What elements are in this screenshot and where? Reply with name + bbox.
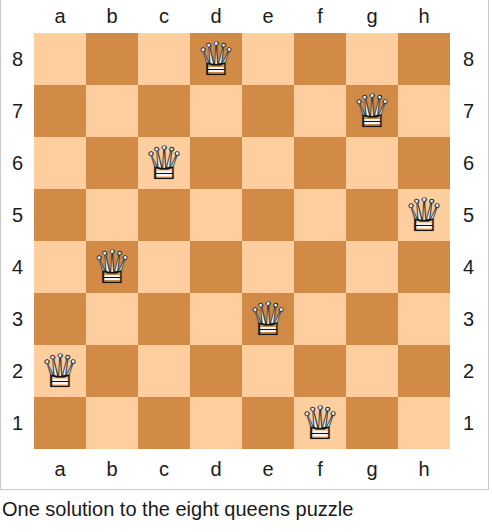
square-c1 (138, 397, 190, 449)
rank-label-left-7: 7 (1, 85, 34, 137)
square-h1 (398, 397, 450, 449)
rank-label-left-6: 6 (1, 137, 34, 189)
square-e5 (242, 189, 294, 241)
square-e8 (242, 33, 294, 85)
square-e3: ♛♕ (242, 293, 294, 345)
white-queen-h5: ♛♕ (398, 189, 450, 241)
file-label-top-c: c (138, 0, 190, 33)
file-label-bottom-f: f (294, 449, 346, 489)
white-queen-b4: ♛♕ (86, 241, 138, 293)
rank-label-right-2: 2 (450, 345, 487, 397)
rank-label-right-1: 1 (450, 397, 487, 449)
white-queen-d8: ♛♕ (190, 33, 242, 85)
square-f8 (294, 33, 346, 85)
square-g7: ♛♕ (346, 85, 398, 137)
square-g3 (346, 293, 398, 345)
rank-label-right-5: 5 (450, 189, 487, 241)
file-label-top-e: e (242, 0, 294, 33)
rank-label-left-3: 3 (1, 293, 34, 345)
file-label-bottom-e: e (242, 449, 294, 489)
square-g2 (346, 345, 398, 397)
file-label-bottom-c: c (138, 449, 190, 489)
file-label-bottom-d: d (190, 449, 242, 489)
file-label-top-h: h (398, 0, 450, 33)
square-a2: ♛♕ (34, 345, 86, 397)
square-h2 (398, 345, 450, 397)
square-f3 (294, 293, 346, 345)
rank-label-left-1: 1 (1, 397, 34, 449)
square-g8 (346, 33, 398, 85)
square-f5 (294, 189, 346, 241)
square-c2 (138, 345, 190, 397)
white-queen-c6: ♛♕ (138, 137, 190, 189)
square-d3 (190, 293, 242, 345)
rank-label-right-7: 7 (450, 85, 487, 137)
square-h4 (398, 241, 450, 293)
square-f4 (294, 241, 346, 293)
chessboard-frame: abcdefgh8♛♕87♛♕76♛♕65♛♕54♛♕43♛♕32♛♕21♛♕1… (0, 0, 489, 490)
square-g6 (346, 137, 398, 189)
white-queen-g7: ♛♕ (346, 85, 398, 137)
square-a6 (34, 137, 86, 189)
file-label-bottom-a: a (34, 449, 86, 489)
rank-label-left-8: 8 (1, 33, 34, 85)
square-g1 (346, 397, 398, 449)
rank-label-right-8: 8 (450, 33, 487, 85)
square-c5 (138, 189, 190, 241)
file-label-top-d: d (190, 0, 242, 33)
file-label-bottom-h: h (398, 449, 450, 489)
square-f1: ♛♕ (294, 397, 346, 449)
square-b7 (86, 85, 138, 137)
file-label-bottom-b: b (86, 449, 138, 489)
square-b1 (86, 397, 138, 449)
chessboard: abcdefgh8♛♕87♛♕76♛♕65♛♕54♛♕43♛♕32♛♕21♛♕1… (1, 0, 488, 489)
square-a1 (34, 397, 86, 449)
square-e6 (242, 137, 294, 189)
square-c6: ♛♕ (138, 137, 190, 189)
square-e7 (242, 85, 294, 137)
square-a4 (34, 241, 86, 293)
square-a8 (34, 33, 86, 85)
square-b2 (86, 345, 138, 397)
eight-queens-figure: abcdefgh8♛♕87♛♕76♛♕65♛♕54♛♕43♛♕32♛♕21♛♕1… (0, 0, 492, 532)
square-c7 (138, 85, 190, 137)
square-b6 (86, 137, 138, 189)
square-h3 (398, 293, 450, 345)
rank-label-left-2: 2 (1, 345, 34, 397)
board-corner-top-left (1, 0, 34, 33)
square-a5 (34, 189, 86, 241)
square-d6 (190, 137, 242, 189)
square-d2 (190, 345, 242, 397)
rank-label-right-6: 6 (450, 137, 487, 189)
square-c4 (138, 241, 190, 293)
rank-label-left-5: 5 (1, 189, 34, 241)
file-label-top-f: f (294, 0, 346, 33)
rank-label-right-3: 3 (450, 293, 487, 345)
rank-label-left-4: 4 (1, 241, 34, 293)
square-g4 (346, 241, 398, 293)
square-e4 (242, 241, 294, 293)
square-e2 (242, 345, 294, 397)
board-corner-top-right (450, 0, 487, 33)
white-queen-e3: ♛♕ (242, 293, 294, 345)
square-b8 (86, 33, 138, 85)
square-d7 (190, 85, 242, 137)
square-h5: ♛♕ (398, 189, 450, 241)
square-f7 (294, 85, 346, 137)
white-queen-f1: ♛♕ (294, 397, 346, 449)
file-label-top-a: a (34, 0, 86, 33)
file-label-bottom-g: g (346, 449, 398, 489)
square-d8: ♛♕ (190, 33, 242, 85)
square-b4: ♛♕ (86, 241, 138, 293)
square-a7 (34, 85, 86, 137)
file-label-top-b: b (86, 0, 138, 33)
board-corner-bottom-right (450, 449, 487, 489)
square-h7 (398, 85, 450, 137)
square-e1 (242, 397, 294, 449)
figure-caption: One solution to the eight queens puzzle (0, 490, 492, 530)
rank-label-right-4: 4 (450, 241, 487, 293)
board-corner-bottom-left (1, 449, 34, 489)
square-f6 (294, 137, 346, 189)
square-h6 (398, 137, 450, 189)
square-c8 (138, 33, 190, 85)
white-queen-a2: ♛♕ (34, 345, 86, 397)
square-d5 (190, 189, 242, 241)
square-f2 (294, 345, 346, 397)
square-c3 (138, 293, 190, 345)
square-h8 (398, 33, 450, 85)
square-g5 (346, 189, 398, 241)
square-b5 (86, 189, 138, 241)
square-d4 (190, 241, 242, 293)
square-d1 (190, 397, 242, 449)
square-a3 (34, 293, 86, 345)
square-b3 (86, 293, 138, 345)
file-label-top-g: g (346, 0, 398, 33)
